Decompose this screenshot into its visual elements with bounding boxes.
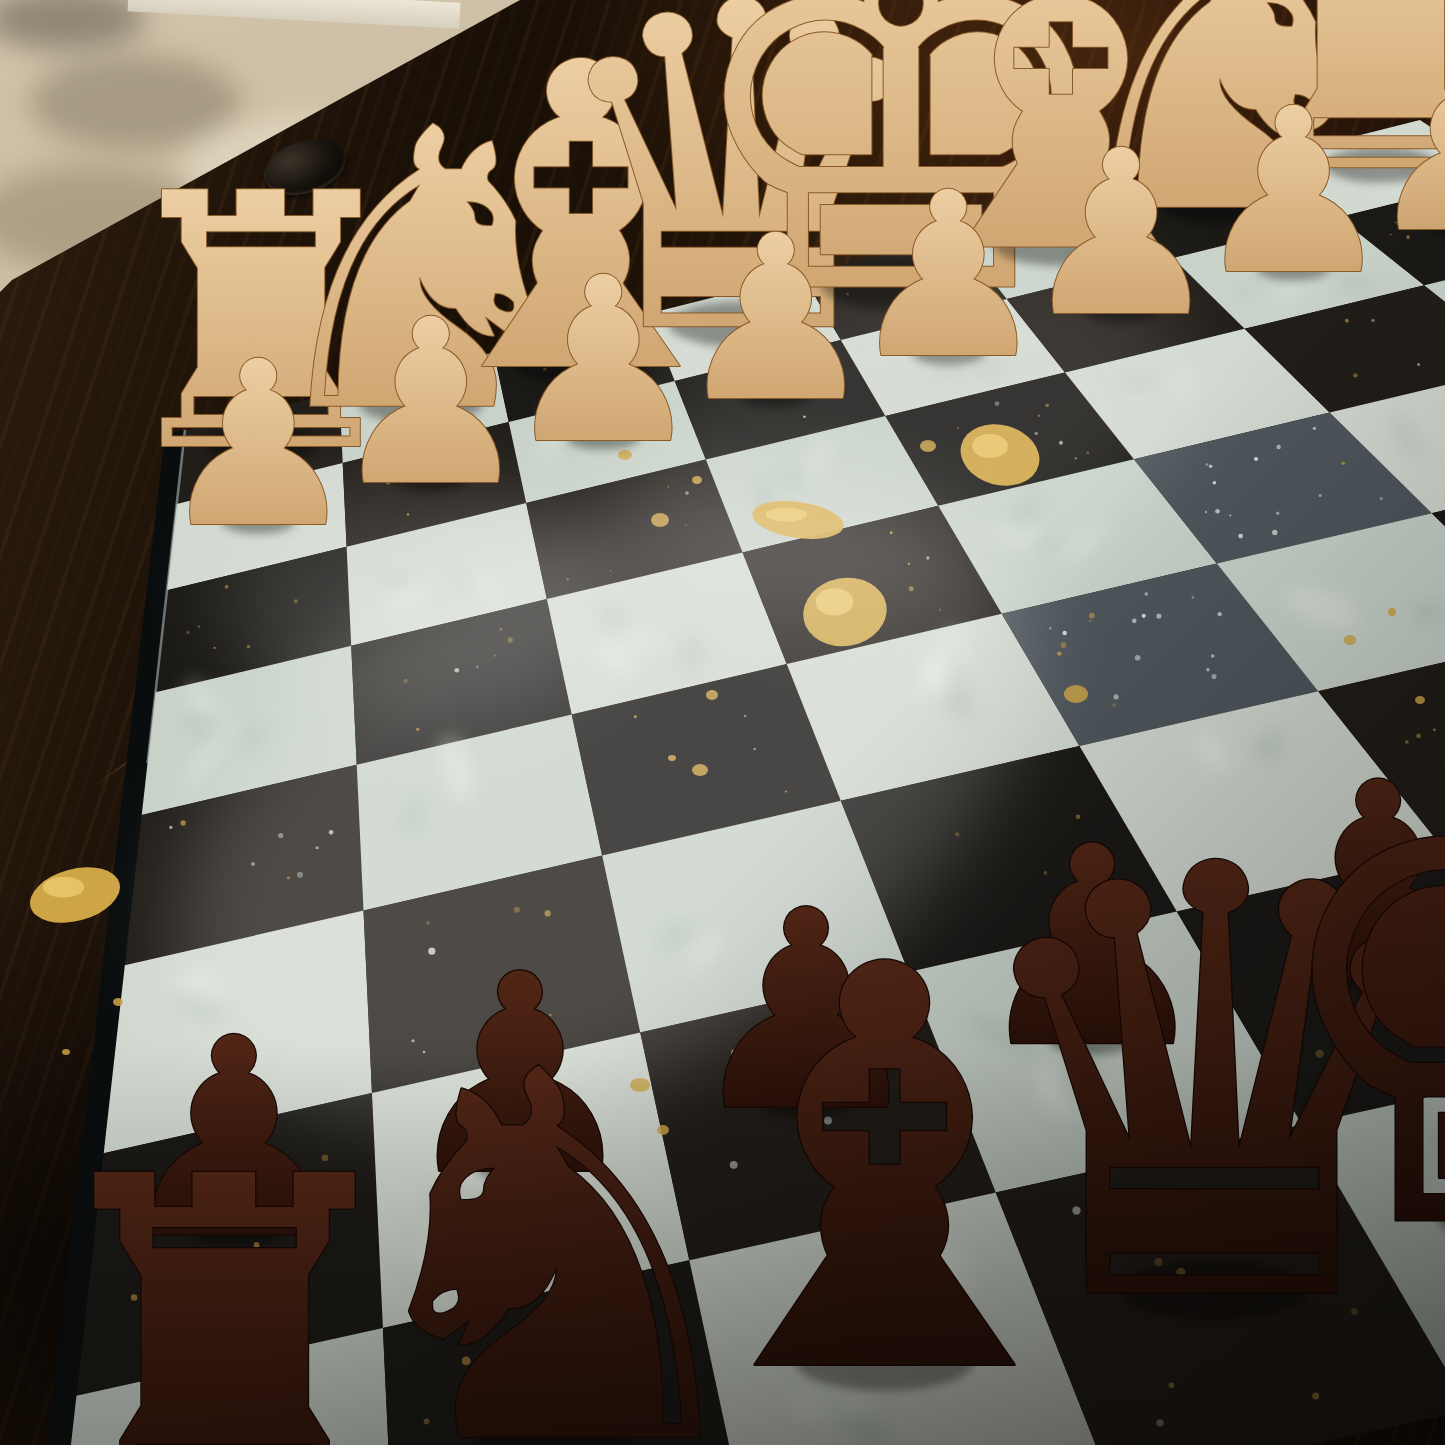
chess-photo-scene: ♜♞♝♛♚♝♞♜♟♟♟♟♟♟♟♟♟♟♟♟♟♜♞♝♛♚	[0, 0, 1445, 1445]
chess-board: ♜♞♝♛♚♝♞♜♟♟♟♟♟♟♟♟♟♟♟♟♟♜♞♝♛♚	[0, 0, 1445, 1445]
bottom-shade	[0, 0, 1445, 1445]
